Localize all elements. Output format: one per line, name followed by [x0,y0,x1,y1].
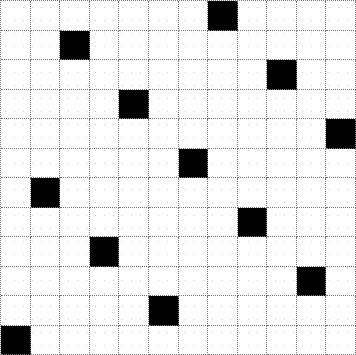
empty-cell[interactable] [208,149,238,179]
empty-cell[interactable] [149,119,179,149]
filled-cell[interactable] [179,149,209,179]
empty-cell[interactable] [179,296,209,326]
empty-cell[interactable] [297,1,327,31]
empty-cell[interactable] [208,60,238,90]
filled-cell[interactable] [31,178,61,208]
empty-cell[interactable] [179,31,209,61]
empty-cell[interactable] [60,326,90,355]
empty-cell[interactable] [60,90,90,120]
empty-cell[interactable] [1,1,31,31]
empty-cell[interactable] [119,178,149,208]
empty-cell[interactable] [149,267,179,297]
empty-cell[interactable] [31,60,61,90]
empty-cell[interactable] [179,326,209,355]
empty-cell[interactable] [297,178,327,208]
empty-cell[interactable] [149,237,179,267]
empty-cell[interactable] [90,60,120,90]
empty-cell[interactable] [149,326,179,355]
empty-cell[interactable] [238,119,268,149]
empty-cell[interactable] [119,1,149,31]
empty-cell[interactable] [1,178,31,208]
empty-cell[interactable] [179,90,209,120]
empty-cell[interactable] [1,90,31,120]
empty-cell[interactable] [1,208,31,238]
empty-cell[interactable] [267,31,297,61]
filled-cell[interactable] [1,326,31,355]
empty-cell[interactable] [326,60,356,90]
empty-cell[interactable] [90,90,120,120]
empty-cell[interactable] [119,208,149,238]
empty-cell[interactable] [297,90,327,120]
empty-cell[interactable] [119,326,149,355]
empty-cell[interactable] [1,149,31,179]
empty-cell[interactable] [326,296,356,326]
empty-cell[interactable] [90,149,120,179]
empty-cell[interactable] [119,60,149,90]
empty-cell[interactable] [208,208,238,238]
empty-cell[interactable] [238,267,268,297]
empty-cell[interactable] [119,267,149,297]
empty-cell[interactable] [238,149,268,179]
empty-cell[interactable] [326,31,356,61]
empty-cell[interactable] [149,178,179,208]
filled-cell[interactable] [119,90,149,120]
empty-cell[interactable] [267,326,297,355]
empty-cell[interactable] [326,267,356,297]
empty-cell[interactable] [149,208,179,238]
empty-cell[interactable] [267,90,297,120]
empty-cell[interactable] [267,149,297,179]
empty-cell[interactable] [208,119,238,149]
empty-cell[interactable] [297,31,327,61]
empty-cell[interactable] [238,237,268,267]
empty-cell[interactable] [60,149,90,179]
empty-cell[interactable] [119,237,149,267]
empty-cell[interactable] [149,90,179,120]
empty-cell[interactable] [297,149,327,179]
puzzle-board [0,0,356,355]
empty-cell[interactable] [238,326,268,355]
empty-cell[interactable] [31,149,61,179]
empty-cell[interactable] [31,31,61,61]
empty-cell[interactable] [90,267,120,297]
empty-cell[interactable] [31,119,61,149]
empty-cell[interactable] [326,326,356,355]
empty-cell[interactable] [238,31,268,61]
empty-cell[interactable] [31,326,61,355]
filled-cell[interactable] [208,1,238,31]
empty-cell[interactable] [326,237,356,267]
empty-cell[interactable] [60,178,90,208]
empty-cell[interactable] [179,1,209,31]
empty-cell[interactable] [297,119,327,149]
empty-cell[interactable] [238,178,268,208]
empty-cell[interactable] [149,60,179,90]
empty-cell[interactable] [267,208,297,238]
empty-cell[interactable] [208,31,238,61]
empty-cell[interactable] [90,208,120,238]
empty-cell[interactable] [119,296,149,326]
empty-cell[interactable] [90,1,120,31]
empty-cell[interactable] [60,60,90,90]
empty-cell[interactable] [267,267,297,297]
empty-cell[interactable] [297,296,327,326]
empty-cell[interactable] [1,267,31,297]
empty-cell[interactable] [208,267,238,297]
filled-cell[interactable] [60,31,90,61]
filled-cell[interactable] [149,296,179,326]
empty-cell[interactable] [60,1,90,31]
empty-cell[interactable] [60,267,90,297]
empty-cell[interactable] [90,296,120,326]
empty-cell[interactable] [119,31,149,61]
empty-cell[interactable] [60,208,90,238]
empty-cell[interactable] [208,326,238,355]
empty-cell[interactable] [238,90,268,120]
empty-cell[interactable] [31,90,61,120]
empty-cell[interactable] [90,119,120,149]
empty-cell[interactable] [267,237,297,267]
empty-cell[interactable] [90,31,120,61]
empty-cell[interactable] [297,326,327,355]
empty-cell[interactable] [326,208,356,238]
empty-cell[interactable] [60,119,90,149]
empty-cell[interactable] [60,237,90,267]
empty-cell[interactable] [149,1,179,31]
empty-cell[interactable] [1,296,31,326]
empty-cell[interactable] [31,237,61,267]
filled-cell[interactable] [267,60,297,90]
empty-cell[interactable] [1,31,31,61]
empty-cell[interactable] [119,119,149,149]
filled-cell[interactable] [297,267,327,297]
empty-cell[interactable] [31,267,61,297]
empty-cell[interactable] [179,60,209,90]
empty-cell[interactable] [90,326,120,355]
empty-cell[interactable] [326,1,356,31]
empty-cell[interactable] [326,90,356,120]
empty-cell[interactable] [119,149,149,179]
empty-cell[interactable] [179,119,209,149]
empty-cell[interactable] [267,1,297,31]
empty-cell[interactable] [208,237,238,267]
empty-cell[interactable] [1,119,31,149]
empty-cell[interactable] [1,237,31,267]
empty-cell[interactable] [179,237,209,267]
empty-cell[interactable] [297,208,327,238]
empty-cell[interactable] [149,149,179,179]
empty-cell[interactable] [31,1,61,31]
empty-cell[interactable] [208,178,238,208]
empty-cell[interactable] [179,267,209,297]
empty-cell[interactable] [31,208,61,238]
empty-cell[interactable] [208,90,238,120]
filled-cell[interactable] [238,208,268,238]
empty-cell[interactable] [297,237,327,267]
empty-cell[interactable] [1,60,31,90]
empty-cell[interactable] [60,296,90,326]
empty-cell[interactable] [238,1,268,31]
empty-cell[interactable] [179,208,209,238]
empty-cell[interactable] [31,296,61,326]
filled-cell[interactable] [326,119,356,149]
empty-cell[interactable] [179,178,209,208]
empty-cell[interactable] [208,296,238,326]
empty-cell[interactable] [90,178,120,208]
empty-cell[interactable] [267,119,297,149]
empty-cell[interactable] [238,60,268,90]
empty-cell[interactable] [149,31,179,61]
filled-cell[interactable] [90,237,120,267]
empty-cell[interactable] [326,149,356,179]
empty-cell[interactable] [267,296,297,326]
empty-cell[interactable] [267,178,297,208]
empty-cell[interactable] [238,296,268,326]
empty-cell[interactable] [297,60,327,90]
empty-cell[interactable] [326,178,356,208]
